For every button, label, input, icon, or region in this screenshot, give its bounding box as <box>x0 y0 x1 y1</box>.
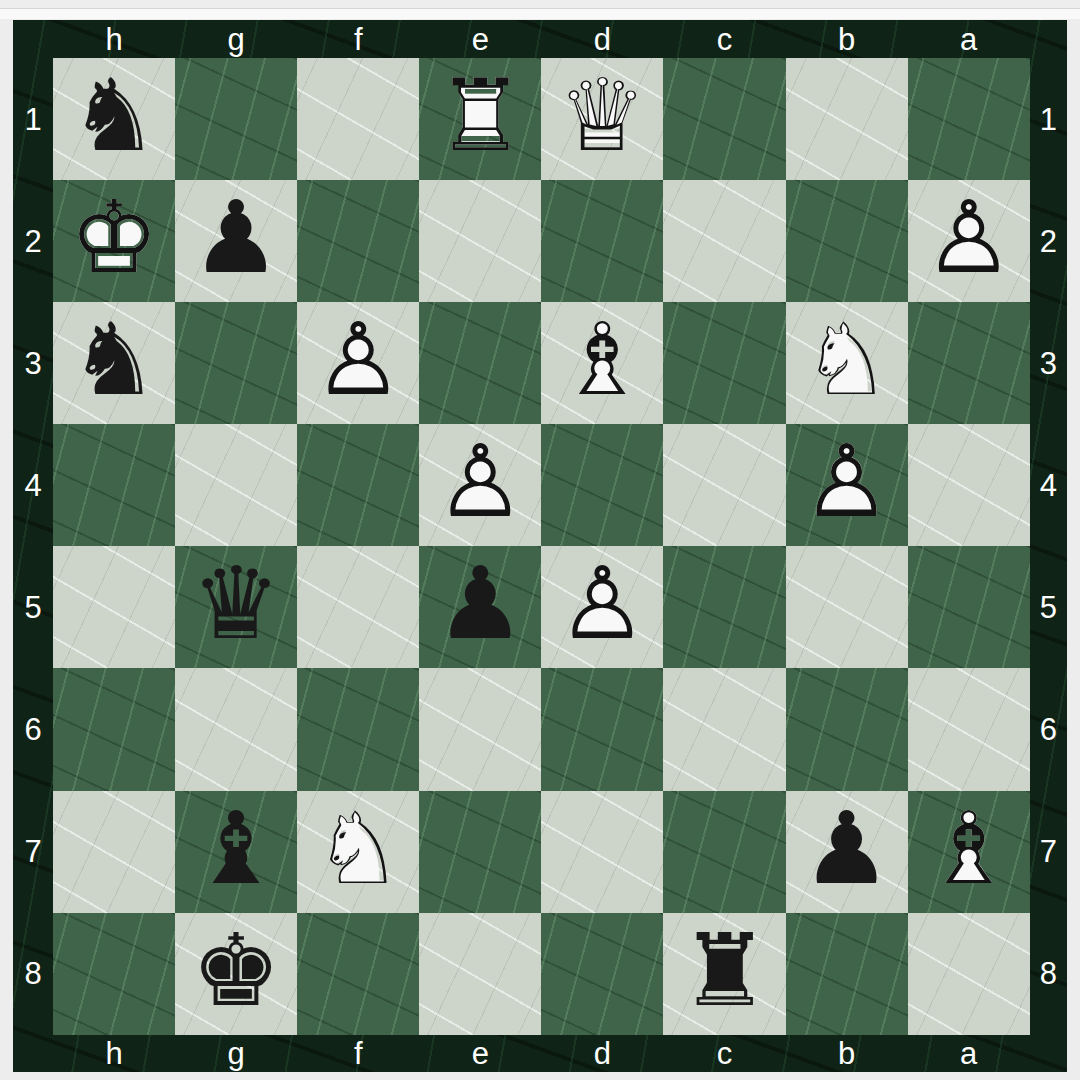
piece-white-rook-icon[interactable]: ♜♖ <box>419 58 541 180</box>
black-piece-glyph: ♟ <box>802 799 892 899</box>
black-piece-glyph: ♜ <box>680 921 770 1021</box>
rank-label-1-left: 1 <box>13 58 53 180</box>
square-h5[interactable] <box>53 546 175 668</box>
rank-label-5-right: 5 <box>1030 546 1067 668</box>
piece-white-queen-icon[interactable]: ♛♕ <box>541 58 663 180</box>
black-piece-glyph: ♟ <box>436 554 526 654</box>
piece-black-knight-icon[interactable]: ♞ <box>53 302 175 424</box>
square-e5[interactable]: ♟ <box>419 546 541 668</box>
white-piece-outline: ♖ <box>436 66 526 166</box>
file-label-h-bottom: h <box>53 1035 175 1072</box>
rank-label-8-left: 8 <box>13 913 53 1035</box>
board-corner <box>1030 20 1067 58</box>
file-label-b-bottom: b <box>786 1035 908 1072</box>
square-g4[interactable] <box>175 424 297 546</box>
rank-label-4-right: 4 <box>1030 424 1067 546</box>
rank-label-3-right: 3 <box>1030 302 1067 424</box>
file-label-e-bottom: e <box>419 1035 541 1072</box>
white-piece-outline: ♙ <box>436 432 526 532</box>
square-h3[interactable]: ♞ <box>53 302 175 424</box>
square-e6[interactable] <box>419 668 541 790</box>
rank-label-8-right: 8 <box>1030 913 1067 1035</box>
piece-black-rook-icon[interactable]: ♜ <box>663 913 785 1035</box>
board-corner <box>13 20 53 58</box>
square-d4[interactable] <box>541 424 663 546</box>
square-c5[interactable] <box>663 546 785 668</box>
black-piece-glyph: ♚ <box>191 921 281 1021</box>
square-f6[interactable] <box>297 668 419 790</box>
piece-black-queen-icon[interactable]: ♛ <box>175 546 297 668</box>
square-h2[interactable]: ♚♔ <box>53 180 175 302</box>
piece-black-pawn-icon[interactable]: ♟ <box>175 180 297 302</box>
rank-label-1-right: 1 <box>1030 58 1067 180</box>
piece-white-knight-icon[interactable]: ♞♘ <box>297 791 419 913</box>
piece-white-bishop-icon[interactable]: ♝♗ <box>541 302 663 424</box>
white-piece-outline: ♗ <box>558 310 648 410</box>
square-a8[interactable] <box>908 913 1030 1035</box>
board-corner <box>1030 1035 1067 1072</box>
black-piece-glyph: ♝ <box>191 799 281 899</box>
square-e7[interactable] <box>419 791 541 913</box>
square-d7[interactable] <box>541 791 663 913</box>
square-a5[interactable] <box>908 546 1030 668</box>
rank-label-6-right: 6 <box>1030 668 1067 790</box>
square-b3[interactable]: ♞♘ <box>786 302 908 424</box>
file-label-c-top: c <box>663 20 785 58</box>
square-h6[interactable] <box>53 668 175 790</box>
square-a3[interactable] <box>908 302 1030 424</box>
square-f5[interactable] <box>297 546 419 668</box>
piece-black-king-icon[interactable]: ♚ <box>175 913 297 1035</box>
square-c4[interactable] <box>663 424 785 546</box>
white-piece-outline: ♙ <box>313 310 403 410</box>
square-f8[interactable] <box>297 913 419 1035</box>
square-f4[interactable] <box>297 424 419 546</box>
piece-white-pawn-icon[interactable]: ♟♙ <box>297 302 419 424</box>
white-piece-outline: ♙ <box>924 188 1014 288</box>
piece-white-pawn-icon[interactable]: ♟♙ <box>419 424 541 546</box>
black-piece-glyph: ♞ <box>69 66 159 166</box>
square-b5[interactable] <box>786 546 908 668</box>
window-top-band <box>0 8 1080 19</box>
piece-white-pawn-icon[interactable]: ♟♙ <box>541 546 663 668</box>
black-piece-glyph: ♟ <box>191 188 281 288</box>
square-d1[interactable]: ♛♕ <box>541 58 663 180</box>
square-d6[interactable] <box>541 668 663 790</box>
piece-white-pawn-icon[interactable]: ♟♙ <box>908 180 1030 302</box>
file-label-a-bottom: a <box>908 1035 1030 1072</box>
rank-label-4-left: 4 <box>13 424 53 546</box>
square-c1[interactable] <box>663 58 785 180</box>
square-e1[interactable]: ♜♖ <box>419 58 541 180</box>
square-b7[interactable]: ♟ <box>786 791 908 913</box>
square-c6[interactable] <box>663 668 785 790</box>
square-g3[interactable] <box>175 302 297 424</box>
square-e8[interactable] <box>419 913 541 1035</box>
file-label-e-top: e <box>419 20 541 58</box>
square-c2[interactable] <box>663 180 785 302</box>
file-label-f-bottom: f <box>297 1035 419 1072</box>
square-g6[interactable] <box>175 668 297 790</box>
square-f3[interactable]: ♟♙ <box>297 302 419 424</box>
piece-black-bishop-icon[interactable]: ♝ <box>175 791 297 913</box>
square-c7[interactable] <box>663 791 785 913</box>
page-background: { "game": "chess", "perspective": "black… <box>0 0 1080 1080</box>
square-d8[interactable] <box>541 913 663 1035</box>
square-h4[interactable] <box>53 424 175 546</box>
square-b8[interactable] <box>786 913 908 1035</box>
square-d3[interactable]: ♝♗ <box>541 302 663 424</box>
square-b2[interactable] <box>786 180 908 302</box>
piece-black-knight-icon[interactable]: ♞ <box>53 58 175 180</box>
file-label-g-bottom: g <box>175 1035 297 1072</box>
white-piece-outline: ♗ <box>924 799 1014 899</box>
square-g7[interactable]: ♝ <box>175 791 297 913</box>
square-g2[interactable]: ♟ <box>175 180 297 302</box>
square-h7[interactable] <box>53 791 175 913</box>
square-f2[interactable] <box>297 180 419 302</box>
black-piece-glyph: ♛ <box>191 554 281 654</box>
piece-white-pawn-icon[interactable]: ♟♙ <box>786 424 908 546</box>
square-c3[interactable] <box>663 302 785 424</box>
file-label-f-top: f <box>297 20 419 58</box>
piece-white-knight-icon[interactable]: ♞♘ <box>786 302 908 424</box>
piece-white-king-icon[interactable]: ♚♔ <box>53 180 175 302</box>
file-label-d-top: d <box>541 20 663 58</box>
file-label-b-top: b <box>786 20 908 58</box>
board-corner <box>13 1035 53 1072</box>
square-e2[interactable] <box>419 180 541 302</box>
square-b6[interactable] <box>786 668 908 790</box>
square-g8[interactable]: ♚ <box>175 913 297 1035</box>
piece-black-pawn-icon[interactable]: ♟ <box>419 546 541 668</box>
piece-black-pawn-icon[interactable]: ♟ <box>786 791 908 913</box>
square-g1[interactable] <box>175 58 297 180</box>
square-h8[interactable] <box>53 913 175 1035</box>
white-piece-outline: ♘ <box>802 310 892 410</box>
square-f1[interactable] <box>297 58 419 180</box>
rank-label-5-left: 5 <box>13 546 53 668</box>
square-a4[interactable] <box>908 424 1030 546</box>
square-c8[interactable]: ♜ <box>663 913 785 1035</box>
square-e4[interactable]: ♟♙ <box>419 424 541 546</box>
square-a2[interactable]: ♟♙ <box>908 180 1030 302</box>
file-label-c-bottom: c <box>663 1035 785 1072</box>
rank-label-7-right: 7 <box>1030 791 1067 913</box>
piece-white-bishop-icon[interactable]: ♝♗ <box>908 791 1030 913</box>
square-a6[interactable] <box>908 668 1030 790</box>
file-label-h-top: h <box>53 20 175 58</box>
file-label-a-top: a <box>908 20 1030 58</box>
square-d2[interactable] <box>541 180 663 302</box>
square-b1[interactable] <box>786 58 908 180</box>
black-piece-glyph: ♞ <box>69 310 159 410</box>
rank-label-6-left: 6 <box>13 668 53 790</box>
white-piece-outline: ♕ <box>558 66 648 166</box>
square-a1[interactable] <box>908 58 1030 180</box>
file-label-g-top: g <box>175 20 297 58</box>
square-b4[interactable]: ♟♙ <box>786 424 908 546</box>
white-piece-outline: ♔ <box>69 188 159 288</box>
rank-label-2-left: 2 <box>13 180 53 302</box>
square-d5[interactable]: ♟♙ <box>541 546 663 668</box>
white-piece-outline: ♙ <box>802 432 892 532</box>
white-piece-outline: ♙ <box>558 554 648 654</box>
chess-board: hgfedcba1♞♜♖♛♕12♚♔♟♟♙23♞♟♙♝♗♞♘34♟♙♟♙45♛♟… <box>13 20 1067 1072</box>
rank-label-2-right: 2 <box>1030 180 1067 302</box>
file-label-d-bottom: d <box>541 1035 663 1072</box>
rank-label-7-left: 7 <box>13 791 53 913</box>
square-a7[interactable]: ♝♗ <box>908 791 1030 913</box>
square-g5[interactable]: ♛ <box>175 546 297 668</box>
square-e3[interactable] <box>419 302 541 424</box>
square-h1[interactable]: ♞ <box>53 58 175 180</box>
square-f7[interactable]: ♞♘ <box>297 791 419 913</box>
white-piece-outline: ♘ <box>313 799 403 899</box>
rank-label-3-left: 3 <box>13 302 53 424</box>
